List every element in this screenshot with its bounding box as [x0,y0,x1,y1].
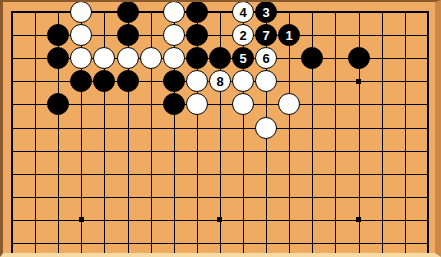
move-number: 2 [239,29,246,42]
black-stone: 1 [278,24,300,46]
white-stone [232,70,254,92]
black-stone [117,1,139,23]
black-stone [163,70,185,92]
black-stone: 5 [232,47,254,69]
go-diagram: 43271568 [0,0,441,257]
black-stone [47,93,69,115]
black-stone: 7 [255,24,277,46]
go-board-grid: 43271568 [3,2,435,253]
move-number: 7 [262,29,269,42]
move-number: 5 [239,52,246,65]
black-stone [186,1,208,23]
black-stone: 3 [255,1,277,23]
grid-line-vertical [405,11,406,253]
move-number: 3 [262,6,269,19]
black-stone [163,93,185,115]
move-number: 1 [285,29,292,42]
grid-line-vertical [11,11,13,253]
black-stone [348,47,370,69]
black-stone [93,70,115,92]
black-stone [117,24,139,46]
white-stone [140,47,162,69]
white-stone [232,93,254,115]
black-stone [47,24,69,46]
black-stone [70,70,92,92]
grid-line-vertical [289,11,290,253]
move-number: 4 [239,6,246,19]
star-point [79,217,84,222]
star-point [356,217,361,222]
black-stone [47,47,69,69]
white-stone [163,1,185,23]
white-stone [70,24,92,46]
black-stone [209,47,231,69]
white-stone [186,93,208,115]
black-stone [301,47,323,69]
white-stone [93,47,115,69]
white-stone: 4 [232,1,254,23]
black-stone [186,24,208,46]
grid-line-vertical [335,11,336,253]
move-number: 6 [262,52,269,65]
black-stone [186,47,208,69]
white-stone [278,93,300,115]
white-stone [186,70,208,92]
grid-line-vertical [35,11,36,253]
white-stone: 8 [209,70,231,92]
white-stone: 6 [255,47,277,69]
move-number: 8 [216,75,223,88]
star-point [356,79,361,84]
grid-line-vertical [382,11,383,253]
white-stone [163,47,185,69]
white-stone [70,47,92,69]
star-point [217,217,222,222]
white-stone [255,70,277,92]
black-stone [117,70,139,92]
white-stone: 2 [232,24,254,46]
white-stone [163,24,185,46]
white-stone [255,117,277,139]
white-stone [70,1,92,23]
grid-line-vertical [427,11,429,253]
white-stone [117,47,139,69]
